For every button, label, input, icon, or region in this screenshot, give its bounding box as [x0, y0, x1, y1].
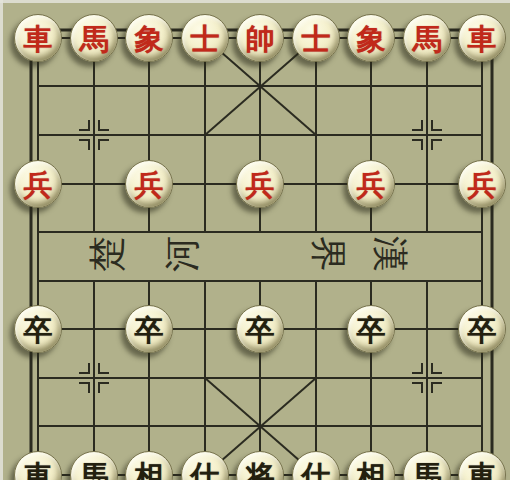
- piece-red-士[interactable]: 士: [292, 14, 340, 62]
- river-label-han: 漢: [367, 231, 413, 277]
- piece-black-卒[interactable]: 卒: [347, 305, 395, 353]
- piece-red-車[interactable]: 車: [458, 14, 506, 62]
- piece-red-兵[interactable]: 兵: [125, 160, 173, 208]
- piece-black-卒[interactable]: 卒: [14, 305, 62, 353]
- piece-red-象[interactable]: 象: [125, 14, 173, 62]
- xiangqi-board[interactable]: 楚 河 界 漢 車馬象士帥士象馬車兵兵兵兵兵卒卒卒卒卒車馬相仕将仕相馬車: [0, 0, 510, 480]
- river-label-he: 河: [159, 231, 205, 277]
- piece-black-卒[interactable]: 卒: [125, 305, 173, 353]
- piece-black-卒[interactable]: 卒: [236, 305, 284, 353]
- piece-red-馬[interactable]: 馬: [70, 14, 118, 62]
- piece-red-象[interactable]: 象: [347, 14, 395, 62]
- edge-highlight-left: [0, 0, 3, 480]
- river-label-chu: 楚: [84, 231, 130, 277]
- piece-red-兵[interactable]: 兵: [347, 160, 395, 208]
- piece-red-兵[interactable]: 兵: [458, 160, 506, 208]
- river-label-jie: 界: [305, 231, 351, 277]
- piece-red-兵[interactable]: 兵: [236, 160, 284, 208]
- piece-red-士[interactable]: 士: [181, 14, 229, 62]
- piece-red-帥[interactable]: 帥: [236, 14, 284, 62]
- board-grid-lines: [0, 0, 510, 480]
- piece-black-卒[interactable]: 卒: [458, 305, 506, 353]
- piece-red-馬[interactable]: 馬: [403, 14, 451, 62]
- edge-highlight-top: [0, 0, 510, 3]
- piece-red-車[interactable]: 車: [14, 14, 62, 62]
- piece-red-兵[interactable]: 兵: [14, 160, 62, 208]
